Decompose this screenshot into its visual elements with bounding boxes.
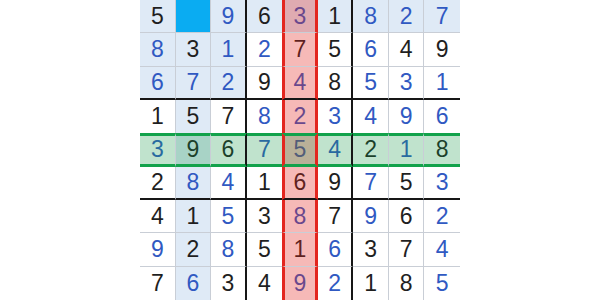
- digit: 4: [221, 171, 234, 194]
- cell-r8c8[interactable]: 7: [389, 233, 425, 266]
- digit: 4: [258, 272, 271, 295]
- cell-r6c6[interactable]: 9: [318, 167, 354, 200]
- cell-r6c5[interactable]: 6: [282, 167, 318, 200]
- cell-r3c1[interactable]: 6: [140, 67, 176, 100]
- digit: 8: [436, 138, 449, 161]
- cell-r7c5[interactable]: 8: [282, 200, 318, 233]
- cell-r8c2[interactable]: 2: [176, 233, 212, 266]
- cell-r5c4[interactable]: 7: [247, 133, 283, 166]
- digit: 7: [151, 272, 164, 295]
- cell-r9c8[interactable]: 8: [389, 267, 425, 300]
- digit: 6: [328, 238, 341, 261]
- digit: 9: [294, 272, 307, 295]
- cell-r5c2[interactable]: 9: [176, 133, 212, 166]
- digit: 1: [294, 238, 307, 261]
- cell-r5c7[interactable]: 2: [353, 133, 389, 166]
- cell-r2c4[interactable]: 2: [247, 33, 283, 66]
- digit: 8: [221, 238, 234, 261]
- digit: 5: [328, 38, 341, 61]
- cell-r5c9[interactable]: 8: [424, 133, 460, 166]
- digit: 1: [400, 138, 413, 161]
- cell-r7c8[interactable]: 6: [389, 200, 425, 233]
- digit: 4: [151, 205, 164, 228]
- cell-r7c4[interactable]: 3: [247, 200, 283, 233]
- cell-r3c9[interactable]: 1: [424, 67, 460, 100]
- cell-r2c9[interactable]: 9: [424, 33, 460, 66]
- digit: 2: [221, 71, 234, 94]
- digit: 9: [258, 71, 271, 94]
- cell-r6c3[interactable]: 4: [211, 167, 247, 200]
- cell-r2c6[interactable]: 5: [318, 33, 354, 66]
- cell-r6c1[interactable]: 2: [140, 167, 176, 200]
- cell-r6c9[interactable]: 3: [424, 167, 460, 200]
- digit: 3: [328, 105, 341, 128]
- digit: 8: [186, 171, 199, 194]
- cell-r3c8[interactable]: 3: [389, 67, 425, 100]
- digit: 3: [258, 205, 271, 228]
- cell-r5c6[interactable]: 4: [318, 133, 354, 166]
- cell-r8c7[interactable]: 3: [353, 233, 389, 266]
- digit: 7: [328, 205, 341, 228]
- cell-r1c8[interactable]: 2: [389, 0, 425, 33]
- digit: 9: [328, 171, 341, 194]
- cell-r4c8[interactable]: 9: [389, 100, 425, 133]
- digit: 6: [436, 105, 449, 128]
- digit: 4: [400, 38, 413, 61]
- digit: 8: [151, 38, 164, 61]
- cell-r9c7[interactable]: 1: [353, 267, 389, 300]
- cell-r1c6[interactable]: 1: [318, 0, 354, 33]
- cell-r8c5[interactable]: 1: [282, 233, 318, 266]
- digit: 1: [436, 71, 449, 94]
- cell-r9c2[interactable]: 6: [176, 267, 212, 300]
- digit: 4: [364, 105, 377, 128]
- digit: 4: [294, 71, 307, 94]
- digit: 5: [294, 138, 307, 161]
- digit: 2: [400, 5, 413, 28]
- cell-r4c3[interactable]: 7: [211, 100, 247, 133]
- digit: 1: [186, 205, 199, 228]
- cell-r8c6[interactable]: 6: [318, 233, 354, 266]
- cell-r6c2[interactable]: 8: [176, 167, 212, 200]
- cell-r9c3[interactable]: 3: [211, 267, 247, 300]
- digit: 5: [436, 272, 449, 295]
- cell-r8c9[interactable]: 4: [424, 233, 460, 266]
- digit: 9: [186, 138, 199, 161]
- digit: 3: [364, 238, 377, 261]
- cell-r2c5[interactable]: 7: [282, 33, 318, 66]
- digit: 2: [186, 238, 199, 261]
- cell-r1c3[interactable]: 9: [211, 0, 247, 33]
- digit: 2: [294, 105, 307, 128]
- digit: 3: [151, 138, 164, 161]
- digit: 7: [294, 38, 307, 61]
- digit: 7: [258, 138, 271, 161]
- digit: 5: [258, 238, 271, 261]
- digit: 9: [221, 5, 234, 28]
- digit: 5: [364, 71, 377, 94]
- cell-r8c3[interactable]: 8: [211, 233, 247, 266]
- digit: 4: [436, 238, 449, 261]
- digit: 5: [186, 105, 199, 128]
- digit: 3: [186, 38, 199, 61]
- cell-r1c1[interactable]: 5: [140, 0, 176, 33]
- cell-r3c6[interactable]: 8: [318, 67, 354, 100]
- digit: 4: [328, 138, 341, 161]
- cell-r1c7[interactable]: 8: [353, 0, 389, 33]
- digit: 2: [151, 171, 164, 194]
- digit: 1: [364, 272, 377, 295]
- digit: 7: [436, 5, 449, 28]
- cell-r4c4[interactable]: 8: [247, 100, 283, 133]
- cell-r6c8[interactable]: 5: [389, 167, 425, 200]
- digit: 8: [364, 5, 377, 28]
- cell-r9c1[interactable]: 7: [140, 267, 176, 300]
- digit: 9: [436, 38, 449, 61]
- sudoku-screen: 5963182783127564967294853115782349639675…: [0, 0, 600, 300]
- cell-r4c6[interactable]: 3: [318, 100, 354, 133]
- cell-r6c4[interactable]: 1: [247, 167, 283, 200]
- digit: 1: [328, 5, 341, 28]
- cell-r2c7[interactable]: 6: [353, 33, 389, 66]
- cell-r5c8[interactable]: 1: [389, 133, 425, 166]
- cell-r5c3[interactable]: 6: [211, 133, 247, 166]
- digit: 7: [186, 71, 199, 94]
- digit: 8: [294, 205, 307, 228]
- digit: 3: [436, 171, 449, 194]
- digit: 8: [328, 71, 341, 94]
- cell-r1c5[interactable]: 3: [282, 0, 318, 33]
- digit: 6: [400, 205, 413, 228]
- cell-r7c9[interactable]: 2: [424, 200, 460, 233]
- cell-r4c2[interactable]: 5: [176, 100, 212, 133]
- digit: 7: [400, 238, 413, 261]
- cell-r9c5[interactable]: 9: [282, 267, 318, 300]
- cell-r5c5[interactable]: 5: [282, 133, 318, 166]
- cell-r1c2[interactable]: [176, 0, 212, 33]
- digit: 6: [294, 171, 307, 194]
- cell-r6c7[interactable]: 7: [353, 167, 389, 200]
- cell-r9c9[interactable]: 5: [424, 267, 460, 300]
- cell-r9c6[interactable]: 2: [318, 267, 354, 300]
- digit: 8: [258, 105, 271, 128]
- cell-r4c1[interactable]: 1: [140, 100, 176, 133]
- digit: 6: [221, 138, 234, 161]
- digit: 9: [364, 205, 377, 228]
- digit: 3: [400, 71, 413, 94]
- cell-r2c3[interactable]: 1: [211, 33, 247, 66]
- cell-r3c5[interactable]: 4: [282, 67, 318, 100]
- cell-r4c7[interactable]: 4: [353, 100, 389, 133]
- digit: 2: [328, 272, 341, 295]
- sudoku-board: 5963182783127564967294853115782349639675…: [140, 0, 460, 300]
- cell-r9c4[interactable]: 4: [247, 267, 283, 300]
- cell-r7c1[interactable]: 4: [140, 200, 176, 233]
- cell-r3c3[interactable]: 2: [211, 67, 247, 100]
- digit: 6: [186, 272, 199, 295]
- digit: 5: [221, 205, 234, 228]
- cell-r7c7[interactable]: 9: [353, 200, 389, 233]
- cell-r8c1[interactable]: 9: [140, 233, 176, 266]
- digit: 2: [364, 138, 377, 161]
- digit: 2: [258, 38, 271, 61]
- digit: 1: [151, 105, 164, 128]
- cell-r3c2[interactable]: 7: [176, 67, 212, 100]
- cell-r8c4[interactable]: 5: [247, 233, 283, 266]
- digit: 6: [151, 71, 164, 94]
- digit: 1: [221, 38, 234, 61]
- digit: 9: [151, 238, 164, 261]
- digit: 2: [436, 205, 449, 228]
- digit: 7: [221, 105, 234, 128]
- digit: 5: [151, 5, 164, 28]
- cell-r2c2[interactable]: 3: [176, 33, 212, 66]
- cell-r3c7[interactable]: 5: [353, 67, 389, 100]
- cell-r2c8[interactable]: 4: [389, 33, 425, 66]
- cell-r5c1[interactable]: 3: [140, 133, 176, 166]
- digit: 7: [364, 171, 377, 194]
- cell-r4c5[interactable]: 2: [282, 100, 318, 133]
- digit: 3: [294, 5, 307, 28]
- cell-r7c6[interactable]: 7: [318, 200, 354, 233]
- cell-r3c4[interactable]: 9: [247, 67, 283, 100]
- cell-r7c3[interactable]: 5: [211, 200, 247, 233]
- cell-r1c4[interactable]: 6: [247, 0, 283, 33]
- cell-r4c9[interactable]: 6: [424, 100, 460, 133]
- digit: 3: [221, 272, 234, 295]
- cell-r7c2[interactable]: 1: [176, 200, 212, 233]
- digit: 5: [400, 171, 413, 194]
- cell-r1c9[interactable]: 7: [424, 0, 460, 33]
- digit: 8: [400, 272, 413, 295]
- digit: 6: [364, 38, 377, 61]
- cell-r2c1[interactable]: 8: [140, 33, 176, 66]
- digit: 6: [258, 5, 271, 28]
- digit: 9: [400, 105, 413, 128]
- digit: 1: [258, 171, 271, 194]
